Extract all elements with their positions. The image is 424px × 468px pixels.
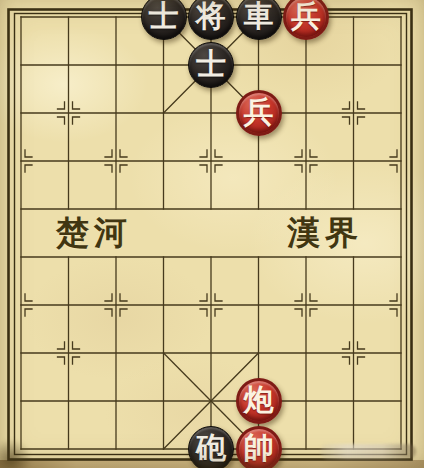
xiangqi-board-screenshot: 楚河 漢界 士将車兵士兵炮砲帥	[0, 0, 424, 468]
watermark	[320, 444, 416, 459]
piece-glyph: 砲	[196, 433, 226, 463]
piece-glyph: 帥	[244, 433, 274, 463]
piece-glyph: 将	[196, 1, 226, 31]
piece-glyph: 兵	[244, 97, 274, 127]
piece-red-general[interactable]: 帥	[236, 426, 282, 468]
piece-black-advisor-2[interactable]: 士	[188, 42, 234, 88]
piece-glyph: 士	[149, 1, 179, 31]
piece-glyph: 士	[196, 49, 226, 79]
piece-black-cannon[interactable]: 砲	[188, 426, 234, 468]
piece-glyph: 車	[244, 1, 274, 31]
piece-glyph: 兵	[291, 1, 321, 31]
piece-red-cannon[interactable]: 炮	[236, 378, 282, 424]
piece-red-soldier-2[interactable]: 兵	[236, 90, 282, 136]
piece-glyph: 炮	[244, 385, 274, 415]
